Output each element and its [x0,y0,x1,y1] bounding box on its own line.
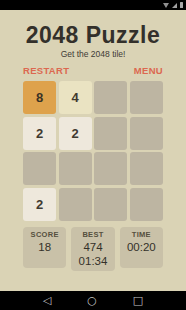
tile-8: 8 [23,81,56,114]
back-icon[interactable]: ◁ [43,295,51,306]
empty-cell [130,152,163,185]
best-time-value: 01:34 [71,255,114,267]
home-icon[interactable]: ○ [87,295,97,306]
time-value: 00:20 [120,241,163,253]
restart-button[interactable]: RESTART [23,65,69,76]
best-value: 474 [71,241,114,253]
tile-4: 4 [59,81,92,114]
battery-icon [180,2,183,8]
page-title: 2048 Puzzle [0,22,186,48]
empty-cell [94,188,127,221]
signal-icon [172,3,177,8]
empty-cell [94,81,127,114]
empty-cell [130,117,163,150]
best-box: BEST 474 01:34 [71,227,114,271]
score-box: SCORE 18 [23,227,66,268]
status-bar [0,0,186,10]
empty-cell [23,152,56,185]
recents-icon[interactable]: □ [133,295,143,306]
wifi-icon [163,3,169,8]
score-label: SCORE [23,230,66,239]
empty-cell [94,117,127,150]
nav-bar: ◁ ○ □ [0,291,186,310]
tile-2: 2 [23,117,56,150]
tile-2: 2 [23,188,56,221]
best-label: BEST [71,230,114,239]
board[interactable]: 84222 [23,81,163,221]
menu-button[interactable]: MENU [134,65,163,76]
empty-cell [130,188,163,221]
empty-cell [59,152,92,185]
empty-cell [130,81,163,114]
tile-2: 2 [59,117,92,150]
score-value: 18 [23,241,66,253]
controls-row: RESTART MENU [23,65,163,76]
empty-cell [94,152,127,185]
time-label: TIME [120,230,163,239]
empty-cell [59,188,92,221]
page-subtitle: Get the 2048 tile! [0,49,186,59]
time-box: TIME 00:20 [120,227,163,268]
scoreboard: SCORE 18 BEST 474 01:34 TIME 00:20 [23,227,163,271]
